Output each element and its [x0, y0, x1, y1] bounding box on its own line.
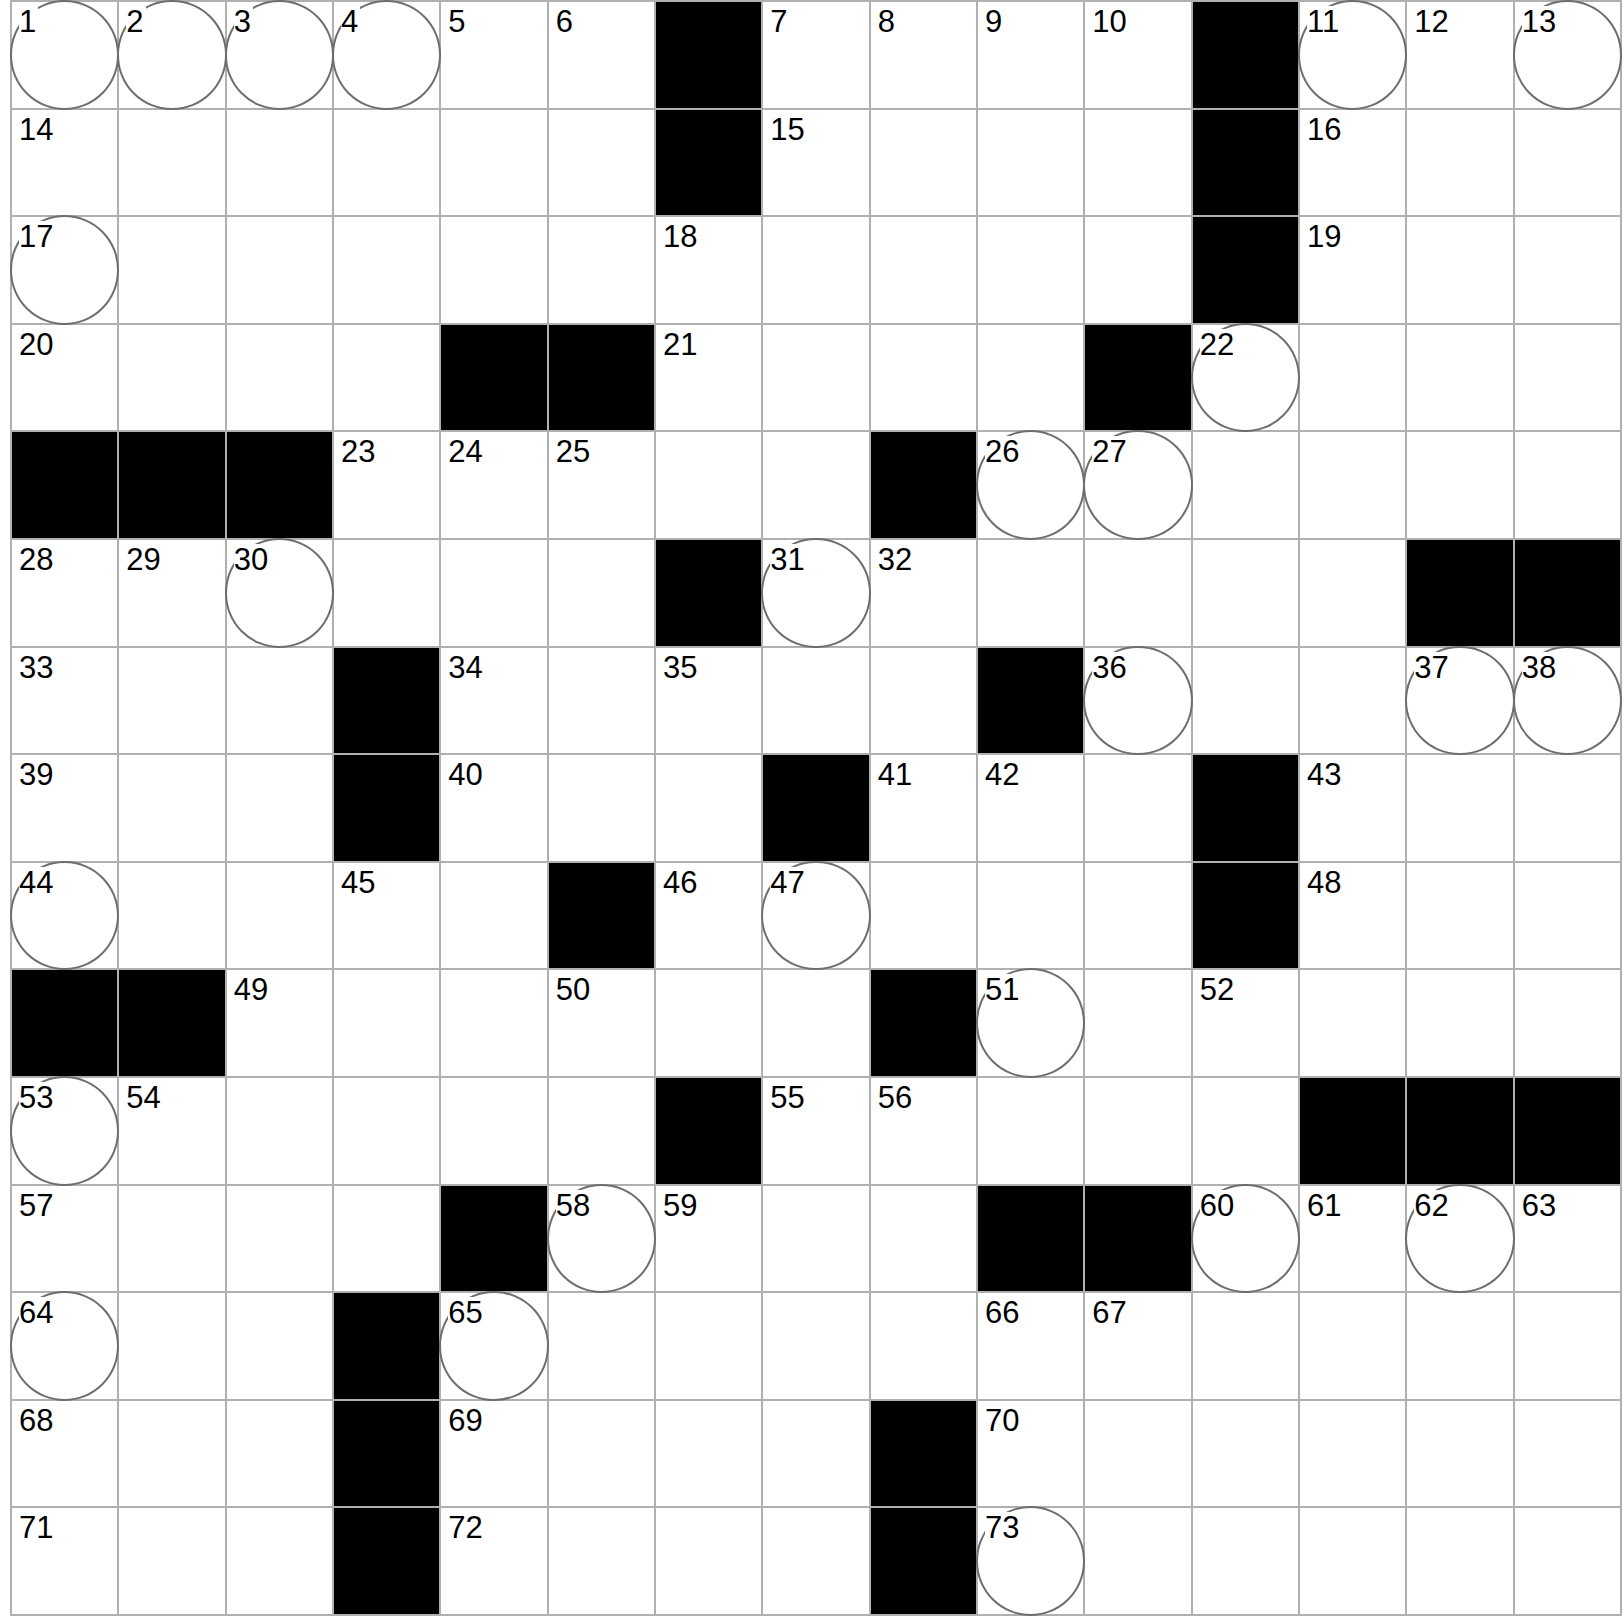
clue-number: 37 [1414, 652, 1450, 685]
black-cell-r11c15 [1515, 1078, 1620, 1184]
cell-r12c13[interactable]: 61 [1300, 1186, 1405, 1292]
cell-r12c12[interactable]: 60 [1193, 1186, 1298, 1292]
cell-r7c6[interactable] [549, 648, 654, 754]
cell-r2c5[interactable] [441, 110, 546, 216]
cell-r15c11[interactable] [1085, 1508, 1190, 1614]
cell-r5c13[interactable] [1300, 432, 1405, 538]
cell-r14c13[interactable] [1300, 1401, 1405, 1507]
cell-r15c13[interactable] [1300, 1508, 1405, 1614]
cell-r4c4[interactable] [334, 325, 439, 431]
clue-number: 46 [663, 867, 699, 900]
cell-r3c14[interactable] [1407, 217, 1512, 323]
black-cell-r5c1 [12, 432, 117, 538]
cell-r1c13[interactable]: 11 [1300, 2, 1405, 108]
cell-r6c5[interactable] [441, 540, 546, 646]
cell-r2c13[interactable]: 16 [1300, 110, 1405, 216]
clue-number: 2 [126, 6, 145, 39]
cell-r13c2[interactable] [119, 1293, 224, 1399]
clue-number: 12 [1414, 6, 1450, 39]
black-cell-r11c13 [1300, 1078, 1405, 1184]
clue-number: 23 [341, 436, 377, 469]
cell-r2c9[interactable] [871, 110, 976, 216]
cell-r6c4[interactable] [334, 540, 439, 646]
black-cell-r5c9 [871, 432, 976, 538]
black-cell-r11c7 [656, 1078, 761, 1184]
cell-r12c1[interactable]: 57 [12, 1186, 117, 1292]
cell-r12c8[interactable] [763, 1186, 868, 1292]
cell-r4c1[interactable]: 20 [12, 325, 117, 431]
clue-number: 16 [1307, 114, 1343, 147]
cell-r9c4[interactable]: 45 [334, 863, 439, 969]
black-cell-r4c6 [549, 325, 654, 431]
cell-r15c12[interactable] [1193, 1508, 1298, 1614]
clue-number: 32 [878, 544, 914, 577]
clue-number: 30 [234, 544, 270, 577]
cell-r6c1[interactable]: 28 [12, 540, 117, 646]
cell-r6c9[interactable]: 32 [871, 540, 976, 646]
clue-number: 1 [19, 6, 38, 39]
black-cell-r5c3 [227, 432, 332, 538]
cell-r1c5[interactable]: 5 [441, 2, 546, 108]
black-cell-r10c2 [119, 970, 224, 1076]
clue-number: 28 [19, 544, 55, 577]
cell-r9c11[interactable] [1085, 863, 1190, 969]
cell-r9c14[interactable] [1407, 863, 1512, 969]
clue-number: 14 [19, 114, 55, 147]
cell-r3c10[interactable] [978, 217, 1083, 323]
clue-number: 42 [985, 759, 1021, 792]
cell-r10c5[interactable] [441, 970, 546, 1076]
cell-r14c10[interactable]: 70 [978, 1401, 1083, 1507]
clue-number: 35 [663, 652, 699, 685]
cell-r4c14[interactable] [1407, 325, 1512, 431]
cell-r9c1[interactable]: 44 [12, 863, 117, 969]
cell-r10c7[interactable] [656, 970, 761, 1076]
cell-r8c3[interactable] [227, 755, 332, 861]
clue-number: 3 [234, 6, 253, 39]
cell-r5c15[interactable] [1515, 432, 1620, 538]
cell-r1c3[interactable]: 3 [227, 2, 332, 108]
cell-r11c5[interactable] [441, 1078, 546, 1184]
cell-r14c3[interactable] [227, 1401, 332, 1507]
clue-number: 24 [448, 436, 484, 469]
cell-r14c1[interactable]: 68 [12, 1401, 117, 1507]
cell-r4c15[interactable] [1515, 325, 1620, 431]
cell-r13c1[interactable]: 64 [12, 1293, 117, 1399]
cell-r7c1[interactable]: 33 [12, 648, 117, 754]
cell-r4c3[interactable] [227, 325, 332, 431]
black-cell-r7c10 [978, 648, 1083, 754]
clue-number: 34 [448, 652, 484, 685]
cell-r10c8[interactable] [763, 970, 868, 1076]
cell-r5c12[interactable] [1193, 432, 1298, 538]
cell-r5c8[interactable] [763, 432, 868, 538]
black-cell-r15c4 [334, 1508, 439, 1614]
cell-r8c5[interactable]: 40 [441, 755, 546, 861]
cell-r8c13[interactable]: 43 [1300, 755, 1405, 861]
clue-number: 43 [1307, 759, 1343, 792]
black-cell-r3c12 [1193, 217, 1298, 323]
cell-r13c15[interactable] [1515, 1293, 1620, 1399]
clue-number: 58 [556, 1190, 592, 1223]
cell-r10c11[interactable] [1085, 970, 1190, 1076]
cell-r11c4[interactable] [334, 1078, 439, 1184]
cell-r15c14[interactable] [1407, 1508, 1512, 1614]
cell-r9c15[interactable] [1515, 863, 1620, 969]
cell-r1c10[interactable]: 9 [978, 2, 1083, 108]
black-cell-r4c5 [441, 325, 546, 431]
clue-number: 45 [341, 867, 377, 900]
cell-r5c4[interactable]: 23 [334, 432, 439, 538]
clue-number: 10 [1092, 6, 1128, 39]
cell-r12c15[interactable]: 63 [1515, 1186, 1620, 1292]
cell-r4c8[interactable] [763, 325, 868, 431]
clue-number: 15 [770, 114, 806, 147]
cell-r2c2[interactable] [119, 110, 224, 216]
black-cell-r1c7 [656, 2, 761, 108]
cell-r7c13[interactable] [1300, 648, 1405, 754]
clue-number: 66 [985, 1297, 1021, 1330]
clue-number: 50 [556, 974, 592, 1007]
cell-r8c14[interactable] [1407, 755, 1512, 861]
cell-r8c15[interactable] [1515, 755, 1620, 861]
cell-r15c7[interactable] [656, 1508, 761, 1614]
cell-r15c15[interactable] [1515, 1508, 1620, 1614]
black-cell-r1c12 [1193, 2, 1298, 108]
cell-r3c11[interactable] [1085, 217, 1190, 323]
cell-r13c6[interactable] [549, 1293, 654, 1399]
clue-number: 40 [448, 759, 484, 792]
cell-r3c4[interactable] [334, 217, 439, 323]
cell-r1c1[interactable]: 1 [12, 2, 117, 108]
cell-r3c6[interactable] [549, 217, 654, 323]
cell-r13c11[interactable]: 67 [1085, 1293, 1190, 1399]
cell-r15c1[interactable]: 71 [12, 1508, 117, 1614]
black-cell-r7c4 [334, 648, 439, 754]
cell-r1c14[interactable]: 12 [1407, 2, 1512, 108]
black-cell-r11c14 [1407, 1078, 1512, 1184]
black-cell-r9c12 [1193, 863, 1298, 969]
clue-number: 47 [770, 867, 806, 900]
black-cell-r6c14 [1407, 540, 1512, 646]
cell-r7c5[interactable]: 34 [441, 648, 546, 754]
cell-r12c7[interactable]: 59 [656, 1186, 761, 1292]
clue-number: 63 [1522, 1190, 1558, 1223]
black-cell-r14c4 [334, 1401, 439, 1507]
cell-r10c6[interactable]: 50 [549, 970, 654, 1076]
cell-r13c5[interactable]: 65 [441, 1293, 546, 1399]
cell-r4c2[interactable] [119, 325, 224, 431]
clue-number: 73 [985, 1512, 1021, 1545]
cell-r10c12[interactable]: 52 [1193, 970, 1298, 1076]
clue-number: 9 [985, 6, 1004, 39]
clue-number: 49 [234, 974, 270, 1007]
clue-number: 36 [1092, 652, 1128, 685]
black-cell-r10c1 [12, 970, 117, 1076]
cell-r11c10[interactable] [978, 1078, 1083, 1184]
cell-r11c6[interactable] [549, 1078, 654, 1184]
cell-r13c7[interactable] [656, 1293, 761, 1399]
cell-r15c2[interactable] [119, 1508, 224, 1614]
black-cell-r14c9 [871, 1401, 976, 1507]
cell-r8c1[interactable]: 39 [12, 755, 117, 861]
cell-r12c9[interactable] [871, 1186, 976, 1292]
cell-r3c9[interactable] [871, 217, 976, 323]
cell-r6c11[interactable] [1085, 540, 1190, 646]
cell-r8c7[interactable] [656, 755, 761, 861]
cell-r7c8[interactable] [763, 648, 868, 754]
clue-number: 57 [19, 1190, 55, 1223]
clue-number: 62 [1414, 1190, 1450, 1223]
cell-r11c9[interactable]: 56 [871, 1078, 976, 1184]
cell-r12c3[interactable] [227, 1186, 332, 1292]
clue-number: 64 [19, 1297, 55, 1330]
clue-number: 18 [663, 221, 699, 254]
clue-number: 19 [1307, 221, 1343, 254]
cell-r6c12[interactable] [1193, 540, 1298, 646]
clue-number: 54 [126, 1082, 162, 1115]
cell-r13c8[interactable] [763, 1293, 868, 1399]
cell-r11c12[interactable] [1193, 1078, 1298, 1184]
cell-r9c13[interactable]: 48 [1300, 863, 1405, 969]
black-cell-r12c11 [1085, 1186, 1190, 1292]
clue-number: 29 [126, 544, 162, 577]
cell-r3c3[interactable] [227, 217, 332, 323]
cell-r5c7[interactable] [656, 432, 761, 538]
black-cell-r8c12 [1193, 755, 1298, 861]
cell-r2c10[interactable] [978, 110, 1083, 216]
cell-r15c10[interactable]: 73 [978, 1508, 1083, 1614]
clue-number: 17 [19, 221, 55, 254]
cell-r14c5[interactable]: 69 [441, 1401, 546, 1507]
clue-number: 61 [1307, 1190, 1343, 1223]
cell-r6c10[interactable] [978, 540, 1083, 646]
cell-r14c2[interactable] [119, 1401, 224, 1507]
cell-r1c11[interactable]: 10 [1085, 2, 1190, 108]
cell-r7c14[interactable]: 37 [1407, 648, 1512, 754]
cell-r10c3[interactable]: 49 [227, 970, 332, 1076]
cell-r8c6[interactable] [549, 755, 654, 861]
cell-r7c2[interactable] [119, 648, 224, 754]
cell-r3c1[interactable]: 17 [12, 217, 117, 323]
cell-r3c8[interactable] [763, 217, 868, 323]
cell-r15c8[interactable] [763, 1508, 868, 1614]
cell-r14c8[interactable] [763, 1401, 868, 1507]
black-cell-r4c11 [1085, 325, 1190, 431]
cell-r5c11[interactable]: 27 [1085, 432, 1190, 538]
clue-number: 7 [770, 6, 789, 39]
black-cell-r5c2 [119, 432, 224, 538]
cell-r9c8[interactable]: 47 [763, 863, 868, 969]
cell-r14c7[interactable] [656, 1401, 761, 1507]
black-cell-r8c8 [763, 755, 868, 861]
cell-r10c15[interactable] [1515, 970, 1620, 1076]
cell-r2c11[interactable] [1085, 110, 1190, 216]
cell-r9c2[interactable] [119, 863, 224, 969]
cell-r13c14[interactable] [1407, 1293, 1512, 1399]
cell-r14c12[interactable] [1193, 1401, 1298, 1507]
black-cell-r2c12 [1193, 110, 1298, 216]
cell-r15c3[interactable] [227, 1508, 332, 1614]
clue-number: 26 [985, 436, 1021, 469]
cell-r13c10[interactable]: 66 [978, 1293, 1083, 1399]
cell-r5c6[interactable]: 25 [549, 432, 654, 538]
cell-r4c9[interactable] [871, 325, 976, 431]
cell-r10c14[interactable] [1407, 970, 1512, 1076]
cell-r15c6[interactable] [549, 1508, 654, 1614]
cell-r8c11[interactable] [1085, 755, 1190, 861]
cell-r3c2[interactable] [119, 217, 224, 323]
cell-r3c7[interactable]: 18 [656, 217, 761, 323]
clue-number: 13 [1522, 6, 1558, 39]
clue-number: 22 [1200, 329, 1236, 362]
clue-number: 67 [1092, 1297, 1128, 1330]
clue-number: 72 [448, 1512, 484, 1545]
black-cell-r9c6 [549, 863, 654, 969]
cell-r9c9[interactable] [871, 863, 976, 969]
black-cell-r12c5 [441, 1186, 546, 1292]
clue-number: 68 [19, 1405, 55, 1438]
cell-r7c3[interactable] [227, 648, 332, 754]
cell-r5c14[interactable] [1407, 432, 1512, 538]
clue-number: 25 [556, 436, 592, 469]
cell-r1c15[interactable]: 13 [1515, 2, 1620, 108]
clue-number: 21 [663, 329, 699, 362]
cell-r11c11[interactable] [1085, 1078, 1190, 1184]
cell-r3c15[interactable] [1515, 217, 1620, 323]
clue-number: 6 [556, 6, 575, 39]
black-cell-r6c7 [656, 540, 761, 646]
clue-number: 52 [1200, 974, 1236, 1007]
cell-r1c9[interactable]: 8 [871, 2, 976, 108]
black-cell-r8c4 [334, 755, 439, 861]
cell-r11c2[interactable]: 54 [119, 1078, 224, 1184]
cell-r5c5[interactable]: 24 [441, 432, 546, 538]
cell-r2c4[interactable] [334, 110, 439, 216]
clue-number: 33 [19, 652, 55, 685]
cell-r9c7[interactable]: 46 [656, 863, 761, 969]
black-cell-r6c15 [1515, 540, 1620, 646]
cell-r8c9[interactable]: 41 [871, 755, 976, 861]
clue-number: 31 [770, 544, 806, 577]
clue-number: 20 [19, 329, 55, 362]
black-cell-r13c4 [334, 1293, 439, 1399]
cell-r14c6[interactable] [549, 1401, 654, 1507]
clue-number: 55 [770, 1082, 806, 1115]
clue-number: 41 [878, 759, 914, 792]
cell-r8c2[interactable] [119, 755, 224, 861]
cell-r2c8[interactable]: 15 [763, 110, 868, 216]
cell-r9c3[interactable] [227, 863, 332, 969]
cell-r14c15[interactable] [1515, 1401, 1620, 1507]
clue-number: 69 [448, 1405, 484, 1438]
cell-r1c6[interactable]: 6 [549, 2, 654, 108]
clue-number: 65 [448, 1297, 484, 1330]
clue-number: 44 [19, 867, 55, 900]
cell-r11c8[interactable]: 55 [763, 1078, 868, 1184]
clue-number: 27 [1092, 436, 1128, 469]
cell-r3c13[interactable]: 19 [1300, 217, 1405, 323]
black-cell-r15c9 [871, 1508, 976, 1614]
clue-number: 5 [448, 6, 467, 39]
clue-number: 11 [1307, 6, 1341, 39]
cell-r11c1[interactable]: 53 [12, 1078, 117, 1184]
cell-r12c4[interactable] [334, 1186, 439, 1292]
clue-number: 38 [1522, 652, 1558, 685]
clue-number: 53 [19, 1082, 55, 1115]
clue-number: 70 [985, 1405, 1021, 1438]
black-cell-r2c7 [656, 110, 761, 216]
cell-r10c10[interactable]: 51 [978, 970, 1083, 1076]
clue-number: 71 [19, 1512, 55, 1545]
cell-r2c1[interactable]: 14 [12, 110, 117, 216]
cell-r9c5[interactable] [441, 863, 546, 969]
cell-r2c3[interactable] [227, 110, 332, 216]
cell-r7c7[interactable]: 35 [656, 648, 761, 754]
cell-r13c9[interactable] [871, 1293, 976, 1399]
black-cell-r10c9 [871, 970, 976, 1076]
cell-r10c4[interactable] [334, 970, 439, 1076]
clue-number: 60 [1200, 1190, 1236, 1223]
cell-r12c6[interactable]: 58 [549, 1186, 654, 1292]
cell-r1c2[interactable]: 2 [119, 2, 224, 108]
cell-r14c14[interactable] [1407, 1401, 1512, 1507]
cell-r13c12[interactable] [1193, 1293, 1298, 1399]
cell-r11c3[interactable] [227, 1078, 332, 1184]
clue-number: 51 [985, 974, 1021, 1007]
cell-r14c11[interactable] [1085, 1401, 1190, 1507]
cell-r12c14[interactable]: 62 [1407, 1186, 1512, 1292]
cell-r6c6[interactable] [549, 540, 654, 646]
cell-r2c14[interactable] [1407, 110, 1512, 216]
cell-r9c10[interactable] [978, 863, 1083, 969]
cell-r4c7[interactable]: 21 [656, 325, 761, 431]
cell-r6c2[interactable]: 29 [119, 540, 224, 646]
cell-r7c15[interactable]: 38 [1515, 648, 1620, 754]
cell-r4c10[interactable] [978, 325, 1083, 431]
clue-number: 59 [663, 1190, 699, 1223]
black-cell-r12c10 [978, 1186, 1083, 1292]
cell-r7c11[interactable]: 36 [1085, 648, 1190, 754]
cell-r10c13[interactable] [1300, 970, 1405, 1076]
cell-r13c3[interactable] [227, 1293, 332, 1399]
cell-r6c8[interactable]: 31 [763, 540, 868, 646]
cell-r12c2[interactable] [119, 1186, 224, 1292]
cell-r1c4[interactable]: 4 [334, 2, 439, 108]
cell-r1c8[interactable]: 7 [763, 2, 868, 108]
cell-r4c13[interactable] [1300, 325, 1405, 431]
cell-r15c5[interactable]: 72 [441, 1508, 546, 1614]
clue-number: 56 [878, 1082, 914, 1115]
cell-r5c10[interactable]: 26 [978, 432, 1083, 538]
crossword-board: 1234567891011121314151617181920212223242… [10, 0, 1622, 1616]
cell-r7c9[interactable] [871, 648, 976, 754]
clue-number: 4 [341, 6, 360, 39]
cell-r3c5[interactable] [441, 217, 546, 323]
cell-r6c3[interactable]: 30 [227, 540, 332, 646]
cell-r2c6[interactable] [549, 110, 654, 216]
cell-r13c13[interactable] [1300, 1293, 1405, 1399]
clue-number: 8 [878, 6, 897, 39]
clue-number: 39 [19, 759, 55, 792]
clue-number: 48 [1307, 867, 1343, 900]
cell-r6c13[interactable] [1300, 540, 1405, 646]
cell-r2c15[interactable] [1515, 110, 1620, 216]
cell-r4c12[interactable]: 22 [1193, 325, 1298, 431]
cell-r7c12[interactable] [1193, 648, 1298, 754]
cell-r8c10[interactable]: 42 [978, 755, 1083, 861]
